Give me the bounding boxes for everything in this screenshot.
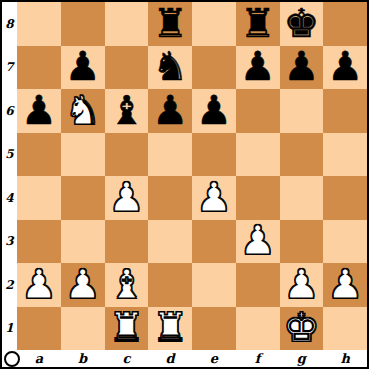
square-h4[interactable] <box>323 176 367 220</box>
white-pawn-b2: ♟ <box>65 264 101 304</box>
white-pawn-e4: ♟ <box>196 177 232 217</box>
square-g3[interactable] <box>280 220 324 264</box>
file-label-c: c <box>105 350 149 367</box>
white-pawn-g2: ♟ <box>283 264 319 304</box>
black-knight-d7: ♞ <box>152 46 188 86</box>
square-g4[interactable] <box>280 176 324 220</box>
square-a3[interactable] <box>17 220 61 264</box>
square-h7[interactable]: ♟ <box>323 46 367 90</box>
square-f8[interactable]: ♜ <box>236 2 280 46</box>
square-b8[interactable] <box>61 2 105 46</box>
square-b1[interactable] <box>61 307 105 351</box>
square-a4[interactable] <box>17 176 61 220</box>
file-labels: abcdefgh <box>17 350 367 367</box>
square-a2[interactable]: ♟ <box>17 263 61 307</box>
square-g2[interactable]: ♟ <box>280 263 324 307</box>
rank-label-1: 1 <box>2 307 17 351</box>
square-f1[interactable] <box>236 307 280 351</box>
white-king-g1: ♚ <box>283 307 319 347</box>
square-g8[interactable]: ♚ <box>280 2 324 46</box>
chess-board: ♜♜♚♟♞♟♟♟♟♞♝♟♟♟♟♟♟♟♝♟♟♜♜♚ <box>17 2 367 350</box>
square-h8[interactable] <box>323 2 367 46</box>
square-a7[interactable] <box>17 46 61 90</box>
white-rook-d1: ♜ <box>152 307 188 347</box>
square-d2[interactable] <box>148 263 192 307</box>
square-c4[interactable]: ♟ <box>105 176 149 220</box>
square-f3[interactable]: ♟ <box>236 220 280 264</box>
square-f7[interactable]: ♟ <box>236 46 280 90</box>
black-king-g8: ♚ <box>283 3 319 43</box>
square-d5[interactable] <box>148 133 192 177</box>
white-pawn-a2: ♟ <box>21 264 57 304</box>
black-rook-d8: ♜ <box>152 3 188 43</box>
square-f4[interactable] <box>236 176 280 220</box>
black-pawn-a6: ♟ <box>21 90 57 130</box>
square-h3[interactable] <box>323 220 367 264</box>
square-a6[interactable]: ♟ <box>17 89 61 133</box>
square-g6[interactable] <box>280 89 324 133</box>
rank-label-3: 3 <box>2 220 17 264</box>
square-g5[interactable] <box>280 133 324 177</box>
square-f2[interactable] <box>236 263 280 307</box>
white-knight-b6: ♞ <box>65 90 101 130</box>
black-pawn-d6: ♟ <box>152 90 188 130</box>
square-e6[interactable]: ♟ <box>192 89 236 133</box>
file-label-f: f <box>236 350 280 367</box>
square-b3[interactable] <box>61 220 105 264</box>
black-pawn-e6: ♟ <box>196 90 232 130</box>
file-label-a: a <box>17 350 61 367</box>
rank-label-6: 6 <box>2 89 17 133</box>
square-d8[interactable]: ♜ <box>148 2 192 46</box>
white-pawn-c4: ♟ <box>108 177 144 217</box>
file-label-b: b <box>61 350 105 367</box>
chess-diagram: 87654321 ♜♜♚♟♞♟♟♟♟♞♝♟♟♟♟♟♟♟♝♟♟♜♜♚ abcdef… <box>0 0 369 369</box>
square-c7[interactable] <box>105 46 149 90</box>
square-g1[interactable]: ♚ <box>280 307 324 351</box>
square-e1[interactable] <box>192 307 236 351</box>
square-e4[interactable]: ♟ <box>192 176 236 220</box>
square-h5[interactable] <box>323 133 367 177</box>
square-a8[interactable] <box>17 2 61 46</box>
file-label-h: h <box>323 350 367 367</box>
rank-label-2: 2 <box>2 263 17 307</box>
white-pawn-f3: ♟ <box>240 220 276 260</box>
square-h1[interactable] <box>323 307 367 351</box>
square-h6[interactable] <box>323 89 367 133</box>
square-e3[interactable] <box>192 220 236 264</box>
black-pawn-b7: ♟ <box>65 46 101 86</box>
square-h2[interactable]: ♟ <box>323 263 367 307</box>
square-b2[interactable]: ♟ <box>61 263 105 307</box>
square-d7[interactable]: ♞ <box>148 46 192 90</box>
square-c1[interactable]: ♜ <box>105 307 149 351</box>
square-d3[interactable] <box>148 220 192 264</box>
square-g7[interactable]: ♟ <box>280 46 324 90</box>
square-a5[interactable] <box>17 133 61 177</box>
square-e7[interactable] <box>192 46 236 90</box>
square-b5[interactable] <box>61 133 105 177</box>
black-bishop-c6: ♝ <box>108 90 144 130</box>
black-pawn-g7: ♟ <box>283 46 319 86</box>
square-c3[interactable] <box>105 220 149 264</box>
white-bishop-c2: ♝ <box>108 264 144 304</box>
square-c8[interactable] <box>105 2 149 46</box>
square-b6[interactable]: ♞ <box>61 89 105 133</box>
white-to-move-indicator <box>4 351 20 367</box>
file-label-g: g <box>280 350 324 367</box>
rank-labels: 87654321 <box>2 2 17 350</box>
square-d4[interactable] <box>148 176 192 220</box>
square-e2[interactable] <box>192 263 236 307</box>
square-c2[interactable]: ♝ <box>105 263 149 307</box>
white-rook-c1: ♜ <box>108 307 144 347</box>
black-rook-f8: ♜ <box>240 3 276 43</box>
square-f6[interactable] <box>236 89 280 133</box>
square-a1[interactable] <box>17 307 61 351</box>
file-label-d: d <box>148 350 192 367</box>
white-pawn-h2: ♟ <box>327 264 363 304</box>
black-pawn-f7: ♟ <box>240 46 276 86</box>
black-pawn-h7: ♟ <box>327 46 363 86</box>
square-f5[interactable] <box>236 133 280 177</box>
square-c5[interactable] <box>105 133 149 177</box>
square-e5[interactable] <box>192 133 236 177</box>
rank-label-7: 7 <box>2 46 17 90</box>
square-b7[interactable]: ♟ <box>61 46 105 90</box>
rank-label-8: 8 <box>2 2 17 46</box>
rank-label-4: 4 <box>2 176 17 220</box>
square-d6[interactable]: ♟ <box>148 89 192 133</box>
rank-label-5: 5 <box>2 133 17 177</box>
square-e8[interactable] <box>192 2 236 46</box>
square-b4[interactable] <box>61 176 105 220</box>
file-label-e: e <box>192 350 236 367</box>
square-c6[interactable]: ♝ <box>105 89 149 133</box>
square-d1[interactable]: ♜ <box>148 307 192 351</box>
